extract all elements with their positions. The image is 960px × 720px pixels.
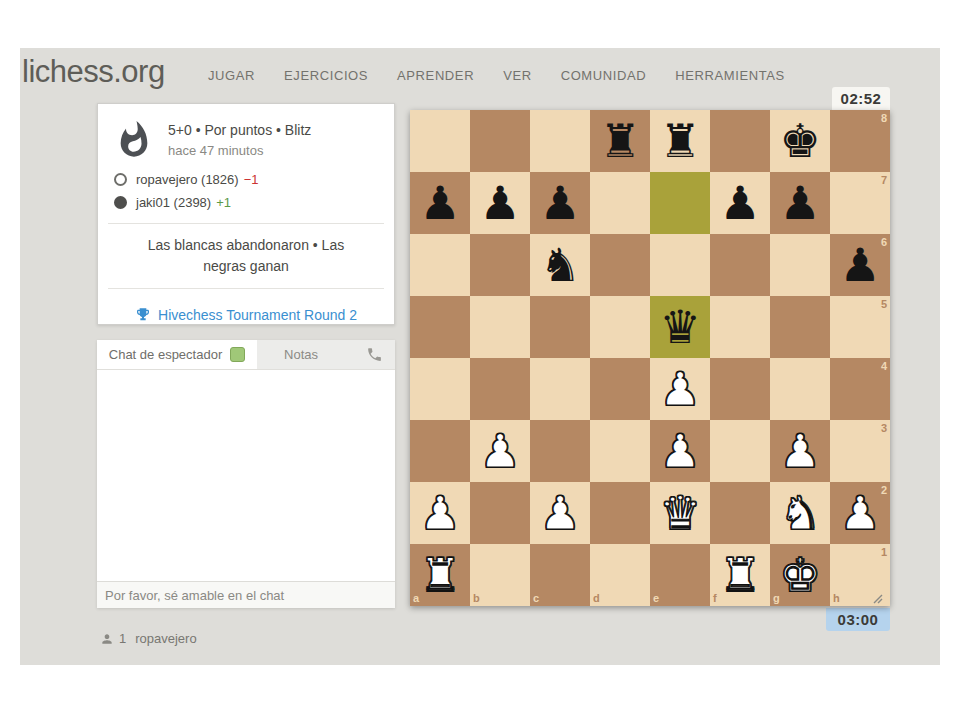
square-f6[interactable] <box>710 234 770 296</box>
tab-notes[interactable]: Notas <box>257 340 345 369</box>
white-rook[interactable]: ♜ <box>719 552 760 598</box>
time-control-label: 5+0 • Por puntos • Blitz <box>168 118 311 138</box>
square-a4[interactable] <box>410 358 470 420</box>
square-g3[interactable]: ♟ <box>770 420 830 482</box>
square-e4[interactable]: ♟ <box>650 358 710 420</box>
tournament-link[interactable]: Hivechess Tournament Round 2 <box>158 307 357 323</box>
game-result-text: Las blancas abandonaron • Las negras gan… <box>98 233 394 279</box>
white-rook[interactable]: ♜ <box>419 552 460 598</box>
square-a8[interactable] <box>410 110 470 172</box>
rank-label-6: 6 <box>881 236 887 248</box>
file-label-f: f <box>713 592 717 604</box>
white-knight[interactable]: ♞ <box>779 490 820 536</box>
chat-input[interactable] <box>97 581 395 608</box>
black-king[interactable]: ♚ <box>779 118 820 164</box>
square-h2[interactable]: ♟2 <box>830 482 890 544</box>
white-color-icon <box>114 173 127 186</box>
white-king[interactable]: ♚ <box>779 552 820 598</box>
square-e7[interactable] <box>650 172 710 234</box>
blitz-flame-icon <box>114 118 154 162</box>
square-b1[interactable]: b <box>470 544 530 606</box>
white-clock: 03:00 <box>826 608 890 631</box>
spectator-list: 1 ropavejero <box>100 631 197 646</box>
file-label-a: a <box>413 592 419 604</box>
square-b6[interactable] <box>470 234 530 296</box>
chat-toggle[interactable] <box>230 347 245 362</box>
square-f8[interactable] <box>710 110 770 172</box>
square-g7[interactable]: ♟ <box>770 172 830 234</box>
square-c3[interactable] <box>530 420 590 482</box>
black-pawn[interactable]: ♟ <box>539 180 580 226</box>
square-f1[interactable]: ♜f <box>710 544 770 606</box>
square-e6[interactable] <box>650 234 710 296</box>
notes-label: Notas <box>284 347 318 362</box>
spectator-count: 1 <box>119 631 126 646</box>
square-b3[interactable]: ♟ <box>470 420 530 482</box>
lichess-logo[interactable]: lichess.org <box>22 54 165 90</box>
rank-label-7: 7 <box>881 174 887 186</box>
rank-label-8: 8 <box>881 112 887 124</box>
square-a7[interactable]: ♟ <box>410 172 470 234</box>
chat-messages-area <box>97 370 395 581</box>
square-h6[interactable]: ♟6 <box>830 234 890 296</box>
black-pawn[interactable]: ♟ <box>479 180 520 226</box>
square-a1[interactable]: ♜a <box>410 544 470 606</box>
black-queen[interactable]: ♛ <box>659 304 700 350</box>
square-f3[interactable] <box>710 420 770 482</box>
person-icon <box>100 632 114 646</box>
black-pawn[interactable]: ♟ <box>719 180 760 226</box>
square-e1[interactable]: e <box>650 544 710 606</box>
tab-bar-spacer <box>345 340 366 369</box>
square-g2[interactable]: ♞ <box>770 482 830 544</box>
square-f2[interactable] <box>710 482 770 544</box>
spectator-chat-label: Chat de espectador <box>109 347 222 362</box>
white-pawn[interactable]: ♟ <box>839 490 880 536</box>
white-pawn[interactable]: ♟ <box>659 366 700 412</box>
spectator-name[interactable]: ropavejero <box>135 631 196 646</box>
white-pawn[interactable]: ♟ <box>479 428 520 474</box>
square-f7[interactable]: ♟ <box>710 172 770 234</box>
black-player-row: jaki01 (2398) +1 <box>98 191 394 214</box>
nav-item-comunidad[interactable]: COMUNIDAD <box>561 68 647 83</box>
nav-item-ver[interactable]: VER <box>503 68 532 83</box>
chat-box: Chat de espectador Notas <box>97 340 395 608</box>
page-background: lichess.org JUGAR EJERCICIOS APRENDER VE… <box>20 48 940 665</box>
square-c2[interactable]: ♟ <box>530 482 590 544</box>
square-c4[interactable] <box>530 358 590 420</box>
square-a2[interactable]: ♟ <box>410 482 470 544</box>
white-rating-delta: −1 <box>244 172 259 187</box>
black-pawn[interactable]: ♟ <box>839 242 880 288</box>
square-f5[interactable] <box>710 296 770 358</box>
white-pawn[interactable]: ♟ <box>659 428 700 474</box>
square-b5[interactable] <box>470 296 530 358</box>
nav-item-herramientas[interactable]: HERRAMIENTAS <box>675 68 785 83</box>
phone-icon[interactable] <box>366 346 383 363</box>
black-player-name[interactable]: jaki01 <box>136 195 170 210</box>
square-e8[interactable]: ♜ <box>650 110 710 172</box>
square-e2[interactable]: ♛ <box>650 482 710 544</box>
black-clock: 02:52 <box>832 87 890 110</box>
nav-item-ejercicios[interactable]: EJERCICIOS <box>284 68 368 83</box>
square-c5[interactable] <box>530 296 590 358</box>
trophy-icon <box>135 307 151 323</box>
black-pawn[interactable]: ♟ <box>419 180 460 226</box>
black-color-icon <box>114 196 127 209</box>
square-d7[interactable] <box>590 172 650 234</box>
square-c7[interactable]: ♟ <box>530 172 590 234</box>
board-resize-handle[interactable] <box>871 592 883 604</box>
square-b2[interactable] <box>470 482 530 544</box>
rank-label-2: 2 <box>881 484 887 496</box>
file-label-d: d <box>593 592 600 604</box>
square-a6[interactable] <box>410 234 470 296</box>
file-label-c: c <box>533 592 539 604</box>
square-d3[interactable] <box>590 420 650 482</box>
rank-label-4: 4 <box>881 360 887 372</box>
square-h3[interactable]: 3 <box>830 420 890 482</box>
square-h8[interactable]: 8 <box>830 110 890 172</box>
square-b7[interactable]: ♟ <box>470 172 530 234</box>
game-age-label: hace 47 minutos <box>168 138 311 158</box>
square-b8[interactable] <box>470 110 530 172</box>
square-a5[interactable] <box>410 296 470 358</box>
square-a3[interactable] <box>410 420 470 482</box>
divider <box>108 288 384 289</box>
square-d5[interactable] <box>590 296 650 358</box>
black-rook[interactable]: ♜ <box>659 118 700 164</box>
black-player-rating: (2398) <box>174 195 212 210</box>
square-h5[interactable]: 5 <box>830 296 890 358</box>
square-h7[interactable]: 7 <box>830 172 890 234</box>
game-info-box: 5+0 • Por puntos • Blitz hace 47 minutos… <box>97 103 395 325</box>
file-label-e: e <box>653 592 659 604</box>
square-e3[interactable]: ♟ <box>650 420 710 482</box>
square-g4[interactable] <box>770 358 830 420</box>
square-d4[interactable] <box>590 358 650 420</box>
file-label-h: h <box>833 592 840 604</box>
square-h4[interactable]: 4 <box>830 358 890 420</box>
square-d8[interactable]: ♜ <box>590 110 650 172</box>
black-rook[interactable]: ♜ <box>599 118 640 164</box>
file-label-b: b <box>473 592 480 604</box>
square-e5[interactable]: ♛ <box>650 296 710 358</box>
square-b4[interactable] <box>470 358 530 420</box>
divider <box>108 223 384 224</box>
white-pawn[interactable]: ♟ <box>779 428 820 474</box>
rank-label-3: 3 <box>881 422 887 434</box>
white-pawn[interactable]: ♟ <box>539 490 580 536</box>
square-c8[interactable] <box>530 110 590 172</box>
square-c6[interactable]: ♞ <box>530 234 590 296</box>
white-player-rating: (1826) <box>201 172 239 187</box>
square-d2[interactable] <box>590 482 650 544</box>
square-f4[interactable] <box>710 358 770 420</box>
square-d1[interactable]: d <box>590 544 650 606</box>
main-nav: JUGAR EJERCICIOS APRENDER VER COMUNIDAD … <box>208 68 785 83</box>
square-d6[interactable] <box>590 234 650 296</box>
nav-item-aprender[interactable]: APRENDER <box>397 68 474 83</box>
square-c1[interactable]: c <box>530 544 590 606</box>
square-g8[interactable]: ♚ <box>770 110 830 172</box>
file-label-g: g <box>773 592 780 604</box>
white-pawn[interactable]: ♟ <box>419 490 460 536</box>
white-player-row: ropavejero (1826) −1 <box>98 168 394 191</box>
black-knight[interactable]: ♞ <box>539 242 580 288</box>
black-rating-delta: +1 <box>216 195 231 210</box>
rank-label-1: 1 <box>881 546 887 558</box>
black-pawn[interactable]: ♟ <box>779 180 820 226</box>
tab-spectator-chat[interactable]: Chat de espectador <box>97 340 257 369</box>
white-player-name[interactable]: ropavejero <box>136 172 197 187</box>
square-g1[interactable]: ♚g <box>770 544 830 606</box>
rank-label-5: 5 <box>881 298 887 310</box>
white-queen[interactable]: ♛ <box>659 490 700 536</box>
chess-board: ♜♜♚8♟♟♟♟♟7♞♟6♛5♟4♟♟♟3♟♟♛♞♟2♜abcde♜f♚g1h <box>410 110 890 606</box>
nav-item-jugar[interactable]: JUGAR <box>208 68 255 83</box>
square-g6[interactable] <box>770 234 830 296</box>
square-g5[interactable] <box>770 296 830 358</box>
